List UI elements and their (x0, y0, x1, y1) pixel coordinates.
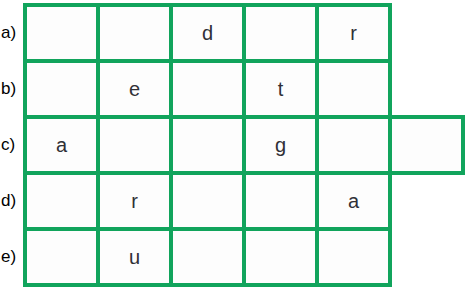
row-label: c) (0, 115, 23, 175)
grid-cell-r3c4[interactable]: g (242, 115, 319, 175)
puzzle-grid: a)drb)etc)agd)rae)u (0, 3, 465, 287)
puzzle-row-b: b)et (0, 59, 465, 119)
grid-cell-r2c1[interactable] (23, 59, 100, 119)
cell-letter: d (202, 23, 213, 43)
row-label: b) (0, 59, 23, 119)
grid-cell-r2c4[interactable]: t (242, 59, 319, 119)
cell-letter: t (278, 79, 284, 99)
grid-cell-r4c2[interactable]: r (96, 171, 173, 231)
grid-cell-r1c4[interactable] (242, 3, 319, 63)
grid-cell-r1c3[interactable]: d (169, 3, 246, 63)
grid-cell-r5c2[interactable]: u (96, 227, 173, 287)
puzzle-row-d: d)ra (0, 171, 465, 231)
grid-cell-r4c1[interactable] (23, 171, 100, 231)
row-label: d) (0, 171, 23, 231)
grid-cell-r3c1[interactable]: a (23, 115, 100, 175)
grid-cell-r2c3[interactable] (169, 59, 246, 119)
grid-cell-r4c4[interactable] (242, 171, 319, 231)
grid-cell-r3c5[interactable] (315, 115, 392, 175)
puzzle-row-e: e)u (0, 227, 465, 287)
grid-cell-r1c1[interactable] (23, 3, 100, 63)
puzzle-row-c: c)ag (0, 115, 465, 175)
grid-cell-r5c3[interactable] (169, 227, 246, 287)
cell-letter: e (129, 79, 140, 99)
cell-letter: r (131, 191, 138, 211)
cell-letter: u (129, 247, 140, 267)
grid-cell-r2c5[interactable] (315, 59, 392, 119)
grid-cell-r4c5[interactable]: a (315, 171, 392, 231)
cell-letter: a (56, 135, 67, 155)
grid-cell-r5c5[interactable] (315, 227, 392, 287)
grid-cell-r1c2[interactable] (96, 3, 173, 63)
grid-cell-r5c1[interactable] (23, 227, 100, 287)
grid-cell-r3c2[interactable] (96, 115, 173, 175)
cell-letter: r (350, 23, 357, 43)
grid-cell-r2c2[interactable]: e (96, 59, 173, 119)
row-label: e) (0, 227, 23, 287)
puzzle-row-a: a)dr (0, 3, 465, 63)
cell-letter: a (348, 191, 359, 211)
cell-letter: g (275, 135, 286, 155)
grid-cell-r3c6[interactable] (388, 115, 465, 175)
grid-cell-r3c3[interactable] (169, 115, 246, 175)
grid-cell-r1c5[interactable]: r (315, 3, 392, 63)
grid-cell-r5c4[interactable] (242, 227, 319, 287)
row-label: a) (0, 3, 23, 63)
grid-cell-r4c3[interactable] (169, 171, 246, 231)
